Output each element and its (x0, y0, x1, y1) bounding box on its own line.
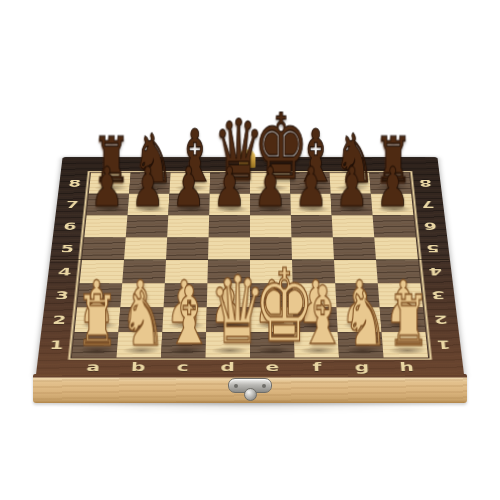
clasp-screw (262, 384, 266, 388)
clasp-screw (234, 384, 238, 388)
rank-label-left-2: 2 (41, 307, 77, 332)
white-rook-h1: ♜ (387, 287, 423, 357)
square-b6 (126, 215, 169, 237)
rank-label-left-6: 6 (53, 215, 87, 237)
rank-label-left-8: 8 (58, 173, 91, 194)
square-c6 (167, 215, 209, 237)
square-c5 (166, 237, 209, 260)
black-pawn-b7: ♟ (131, 160, 164, 215)
white-bishop-f1: ♝ (298, 276, 334, 356)
rank-label-left-1: 1 (38, 332, 75, 357)
square-g6 (332, 215, 375, 237)
square-h1: ♜ (382, 332, 428, 357)
play-area: ♜♞♝♛♚♝♞♜♟♟♟♟♟♟♟♟♟♟♟♟♟♟♟♟♜♞♝♛♚♝♞♜ (72, 173, 428, 358)
black-pawn-e7: ♟ (254, 160, 287, 215)
black-pawn-d7: ♟ (213, 160, 246, 215)
white-king-e1: ♚ (254, 256, 290, 357)
square-f7: ♟ (290, 194, 331, 215)
white-queen-d1: ♛ (210, 263, 246, 356)
chess-set-photo: ♜♞♝♛♚♝♞♜♟♟♟♟♟♟♟♟♟♟♟♟♟♟♟♟♜♞♝♛♚♝♞♜ 8877665… (0, 0, 500, 500)
chess-board: ♜♞♝♛♚♝♞♜♟♟♟♟♟♟♟♟♟♟♟♟♟♟♟♟♜♞♝♛♚♝♞♜ 8877665… (36, 157, 465, 377)
square-e6 (250, 215, 291, 237)
rank-label-right-1: 1 (425, 332, 462, 357)
rank-label-left-5: 5 (50, 237, 84, 260)
square-d7: ♟ (209, 194, 250, 215)
square-a7: ♟ (87, 194, 130, 215)
square-e1: ♚ (250, 332, 295, 357)
black-pawn-h7: ♟ (376, 160, 409, 215)
black-pawn-c7: ♟ (172, 160, 205, 215)
square-g1: ♞ (338, 332, 384, 357)
rank-label-right-5: 5 (416, 237, 450, 260)
square-c7: ♟ (168, 194, 209, 215)
square-b1: ♞ (116, 332, 162, 357)
square-d1: ♛ (205, 332, 250, 357)
square-g7: ♟ (331, 194, 373, 215)
square-c1: ♝ (161, 332, 206, 357)
square-h5 (374, 237, 418, 260)
square-g5 (333, 237, 376, 260)
rank-label-right-6: 6 (413, 215, 447, 237)
square-f6 (291, 215, 333, 237)
rank-label-right-8: 8 (409, 173, 442, 194)
square-h7: ♟ (371, 194, 414, 215)
white-knight-b1: ♞ (121, 281, 157, 356)
square-a6 (84, 215, 127, 237)
black-pawn-g7: ♟ (335, 160, 368, 215)
white-bishop-c1: ♝ (165, 276, 201, 356)
square-e7: ♟ (250, 194, 291, 215)
clasp-knob (244, 388, 257, 401)
black-pawn-a7: ♟ (90, 160, 123, 215)
square-a5 (82, 237, 126, 260)
square-b5 (124, 237, 167, 260)
metal-clasp-icon (228, 378, 272, 402)
square-h6 (373, 215, 416, 237)
rank-label-right-7: 7 (411, 194, 444, 215)
white-rook-a1: ♜ (76, 287, 112, 357)
square-f1: ♝ (294, 332, 339, 357)
square-d6 (209, 215, 250, 237)
square-a1: ♜ (72, 332, 118, 357)
black-pawn-f7: ♟ (294, 160, 327, 215)
square-b7: ♟ (127, 194, 169, 215)
rank-label-left-3: 3 (44, 283, 79, 307)
white-knight-g1: ♞ (343, 281, 379, 356)
rank-label-left-7: 7 (55, 194, 88, 215)
